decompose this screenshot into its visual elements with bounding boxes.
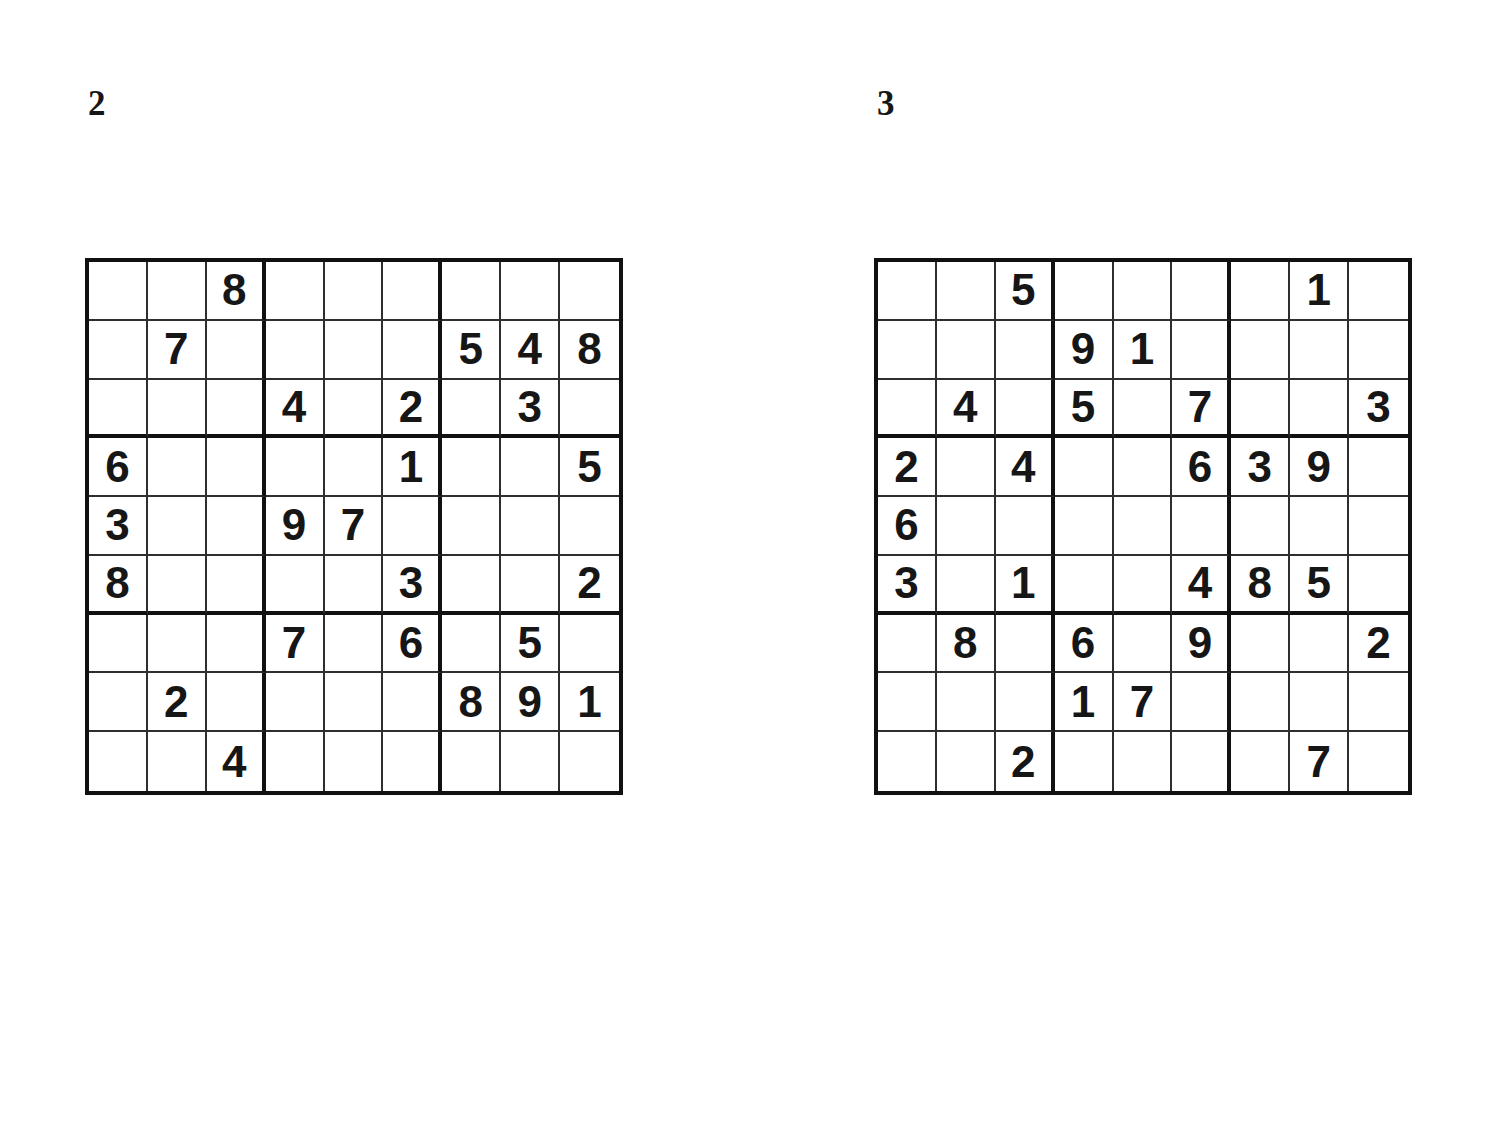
sudoku-empty-cell[interactable] <box>1231 321 1290 380</box>
sudoku-grid-puzzle-2: 8754842361539783276528914 <box>85 258 623 795</box>
sudoku-empty-cell[interactable] <box>325 321 384 380</box>
sudoku-empty-cell[interactable] <box>325 262 384 321</box>
sudoku-empty-cell[interactable] <box>207 497 266 556</box>
sudoku-empty-cell[interactable] <box>89 615 148 674</box>
sudoku-empty-cell[interactable] <box>878 321 937 380</box>
sudoku-given-cell: 2 <box>148 673 207 732</box>
sudoku-empty-cell[interactable] <box>383 321 442 380</box>
sudoku-given-cell: 1 <box>560 673 619 732</box>
sudoku-empty-cell[interactable] <box>1349 556 1408 615</box>
sudoku-empty-cell[interactable] <box>1231 615 1290 674</box>
sudoku-given-cell: 5 <box>560 438 619 497</box>
sudoku-empty-cell[interactable] <box>937 732 996 791</box>
sudoku-given-cell: 6 <box>1172 438 1231 497</box>
sudoku-empty-cell[interactable] <box>1114 262 1173 321</box>
sudoku-empty-cell[interactable] <box>148 615 207 674</box>
sudoku-empty-cell[interactable] <box>266 438 325 497</box>
sudoku-empty-cell[interactable] <box>383 262 442 321</box>
sudoku-given-cell: 9 <box>501 673 560 732</box>
sudoku-given-cell: 8 <box>937 615 996 674</box>
sudoku-empty-cell[interactable] <box>560 262 619 321</box>
sudoku-given-cell: 5 <box>501 615 560 674</box>
sudoku-empty-cell[interactable] <box>1231 380 1290 439</box>
sudoku-empty-cell[interactable] <box>560 615 619 674</box>
sudoku-given-cell: 4 <box>207 732 266 791</box>
sudoku-empty-cell[interactable] <box>501 732 560 791</box>
sudoku-given-cell: 9 <box>1290 438 1349 497</box>
sudoku-empty-cell[interactable] <box>1290 673 1349 732</box>
sudoku-empty-cell[interactable] <box>878 732 937 791</box>
sudoku-empty-cell[interactable] <box>996 321 1055 380</box>
sudoku-given-cell: 7 <box>325 497 384 556</box>
sudoku-given-cell: 2 <box>878 438 937 497</box>
sudoku-empty-cell[interactable] <box>1231 673 1290 732</box>
sudoku-empty-cell[interactable] <box>1114 556 1173 615</box>
sudoku-empty-cell[interactable] <box>1055 732 1114 791</box>
sudoku-given-cell: 2 <box>996 732 1055 791</box>
sudoku-empty-cell[interactable] <box>325 380 384 439</box>
sudoku-empty-cell[interactable] <box>325 438 384 497</box>
sudoku-given-cell: 5 <box>442 321 501 380</box>
sudoku-empty-cell[interactable] <box>148 732 207 791</box>
sudoku-empty-cell[interactable] <box>501 262 560 321</box>
sudoku-empty-cell[interactable] <box>266 262 325 321</box>
sudoku-given-cell: 8 <box>1231 556 1290 615</box>
sudoku-given-cell: 8 <box>89 556 148 615</box>
sudoku-empty-cell[interactable] <box>996 615 1055 674</box>
sudoku-given-cell: 1 <box>1290 262 1349 321</box>
sudoku-empty-cell[interactable] <box>442 380 501 439</box>
sudoku-empty-cell[interactable] <box>1172 732 1231 791</box>
sudoku-empty-cell[interactable] <box>996 673 1055 732</box>
sudoku-empty-cell[interactable] <box>207 556 266 615</box>
sudoku-empty-cell[interactable] <box>266 556 325 615</box>
sudoku-empty-cell[interactable] <box>501 438 560 497</box>
sudoku-empty-cell[interactable] <box>1055 262 1114 321</box>
sudoku-given-cell: 4 <box>937 380 996 439</box>
sudoku-given-cell: 3 <box>89 497 148 556</box>
sudoku-given-cell: 5 <box>996 262 1055 321</box>
sudoku-given-cell: 7 <box>148 321 207 380</box>
sudoku-empty-cell[interactable] <box>1290 615 1349 674</box>
sudoku-empty-cell[interactable] <box>89 262 148 321</box>
sudoku-given-cell: 4 <box>1172 556 1231 615</box>
sudoku-empty-cell[interactable] <box>1114 615 1173 674</box>
sudoku-empty-cell[interactable] <box>1055 556 1114 615</box>
sudoku-empty-cell[interactable] <box>501 497 560 556</box>
sudoku-given-cell: 2 <box>560 556 619 615</box>
sudoku-empty-cell[interactable] <box>1231 497 1290 556</box>
sudoku-empty-cell[interactable] <box>89 321 148 380</box>
sudoku-empty-cell[interactable] <box>1172 673 1231 732</box>
sudoku-empty-cell[interactable] <box>560 380 619 439</box>
sudoku-given-cell: 4 <box>501 321 560 380</box>
sudoku-empty-cell[interactable] <box>996 497 1055 556</box>
sudoku-empty-cell[interactable] <box>325 556 384 615</box>
sudoku-given-cell: 1 <box>1114 321 1173 380</box>
sudoku-empty-cell[interactable] <box>442 615 501 674</box>
sudoku-empty-cell[interactable] <box>266 732 325 791</box>
sudoku-given-cell: 9 <box>1172 615 1231 674</box>
sudoku-given-cell: 3 <box>1231 438 1290 497</box>
sudoku-empty-cell[interactable] <box>1290 380 1349 439</box>
sudoku-empty-cell[interactable] <box>1349 438 1408 497</box>
sudoku-empty-cell[interactable] <box>207 380 266 439</box>
sudoku-given-cell: 9 <box>266 497 325 556</box>
sudoku-empty-cell[interactable] <box>1055 497 1114 556</box>
sudoku-empty-cell[interactable] <box>1349 262 1408 321</box>
sudoku-empty-cell[interactable] <box>1349 321 1408 380</box>
sudoku-given-cell: 5 <box>1290 556 1349 615</box>
sudoku-given-cell: 8 <box>560 321 619 380</box>
sudoku-given-cell: 1 <box>996 556 1055 615</box>
sudoku-empty-cell[interactable] <box>878 380 937 439</box>
sudoku-empty-cell[interactable] <box>325 673 384 732</box>
sudoku-given-cell: 7 <box>1290 732 1349 791</box>
sudoku-empty-cell[interactable] <box>383 497 442 556</box>
sudoku-empty-cell[interactable] <box>878 615 937 674</box>
sudoku-given-cell: 6 <box>1055 615 1114 674</box>
sudoku-empty-cell[interactable] <box>442 497 501 556</box>
sudoku-empty-cell[interactable] <box>1172 262 1231 321</box>
sudoku-grid-puzzle-3: 519145732463963148586921727 <box>874 258 1412 795</box>
sudoku-given-cell: 7 <box>266 615 325 674</box>
sudoku-given-cell: 4 <box>996 438 1055 497</box>
sudoku-given-cell: 1 <box>383 438 442 497</box>
sudoku-empty-cell[interactable] <box>383 732 442 791</box>
sudoku-given-cell: 2 <box>1349 615 1408 674</box>
sudoku-empty-cell[interactable] <box>878 673 937 732</box>
sudoku-empty-cell[interactable] <box>937 438 996 497</box>
sudoku-empty-cell[interactable] <box>442 556 501 615</box>
sudoku-empty-cell[interactable] <box>1172 321 1231 380</box>
sudoku-empty-cell[interactable] <box>89 732 148 791</box>
sudoku-empty-cell[interactable] <box>148 380 207 439</box>
sudoku-empty-cell[interactable] <box>266 673 325 732</box>
sudoku-empty-cell[interactable] <box>442 732 501 791</box>
sudoku-empty-cell[interactable] <box>937 497 996 556</box>
sudoku-empty-cell[interactable] <box>1055 438 1114 497</box>
sudoku-empty-cell[interactable] <box>1349 673 1408 732</box>
sudoku-given-cell: 6 <box>383 615 442 674</box>
sudoku-given-cell: 7 <box>1114 673 1173 732</box>
sudoku-given-cell: 4 <box>266 380 325 439</box>
sudoku-given-cell: 8 <box>207 262 266 321</box>
sudoku-empty-cell[interactable] <box>148 556 207 615</box>
sudoku-empty-cell[interactable] <box>1114 732 1173 791</box>
sudoku-given-cell: 2 <box>383 380 442 439</box>
sudoku-empty-cell[interactable] <box>937 262 996 321</box>
sudoku-given-cell: 6 <box>878 497 937 556</box>
sudoku-given-cell: 1 <box>1055 673 1114 732</box>
sudoku-empty-cell[interactable] <box>1290 321 1349 380</box>
sudoku-empty-cell[interactable] <box>878 262 937 321</box>
sudoku-empty-cell[interactable] <box>1349 497 1408 556</box>
sudoku-empty-cell[interactable] <box>266 321 325 380</box>
sudoku-empty-cell[interactable] <box>1349 732 1408 791</box>
sudoku-empty-cell[interactable] <box>148 262 207 321</box>
sudoku-empty-cell[interactable] <box>383 673 442 732</box>
puzzle-number-label: 3 <box>877 86 895 121</box>
sudoku-given-cell: 7 <box>1172 380 1231 439</box>
sudoku-empty-cell[interactable] <box>1290 497 1349 556</box>
sudoku-empty-cell[interactable] <box>1114 438 1173 497</box>
sudoku-given-cell: 3 <box>383 556 442 615</box>
sudoku-empty-cell[interactable] <box>1114 380 1173 439</box>
sudoku-empty-cell[interactable] <box>937 673 996 732</box>
sudoku-given-cell: 5 <box>1055 380 1114 439</box>
sudoku-empty-cell[interactable] <box>89 673 148 732</box>
sudoku-empty-cell[interactable] <box>937 556 996 615</box>
sudoku-empty-cell[interactable] <box>1114 497 1173 556</box>
sudoku-empty-cell[interactable] <box>325 615 384 674</box>
sudoku-given-cell: 6 <box>89 438 148 497</box>
sudoku-empty-cell[interactable] <box>560 732 619 791</box>
sudoku-empty-cell[interactable] <box>1231 262 1290 321</box>
sudoku-empty-cell[interactable] <box>207 321 266 380</box>
sudoku-empty-cell[interactable] <box>325 732 384 791</box>
sudoku-given-cell: 3 <box>878 556 937 615</box>
sudoku-empty-cell[interactable] <box>89 380 148 439</box>
sudoku-empty-cell[interactable] <box>148 438 207 497</box>
sudoku-empty-cell[interactable] <box>1172 497 1231 556</box>
sudoku-empty-cell[interactable] <box>937 321 996 380</box>
sudoku-empty-cell[interactable] <box>560 497 619 556</box>
sudoku-empty-cell[interactable] <box>207 673 266 732</box>
sudoku-empty-cell[interactable] <box>442 438 501 497</box>
sudoku-empty-cell[interactable] <box>501 556 560 615</box>
sudoku-empty-cell[interactable] <box>207 438 266 497</box>
sudoku-given-cell: 3 <box>501 380 560 439</box>
sudoku-given-cell: 9 <box>1055 321 1114 380</box>
sudoku-given-cell: 8 <box>442 673 501 732</box>
sudoku-empty-cell[interactable] <box>1231 732 1290 791</box>
sudoku-empty-cell[interactable] <box>148 497 207 556</box>
puzzle-number-label: 2 <box>88 86 106 121</box>
sudoku-given-cell: 3 <box>1349 380 1408 439</box>
sudoku-empty-cell[interactable] <box>207 615 266 674</box>
sudoku-empty-cell[interactable] <box>996 380 1055 439</box>
sudoku-empty-cell[interactable] <box>442 262 501 321</box>
